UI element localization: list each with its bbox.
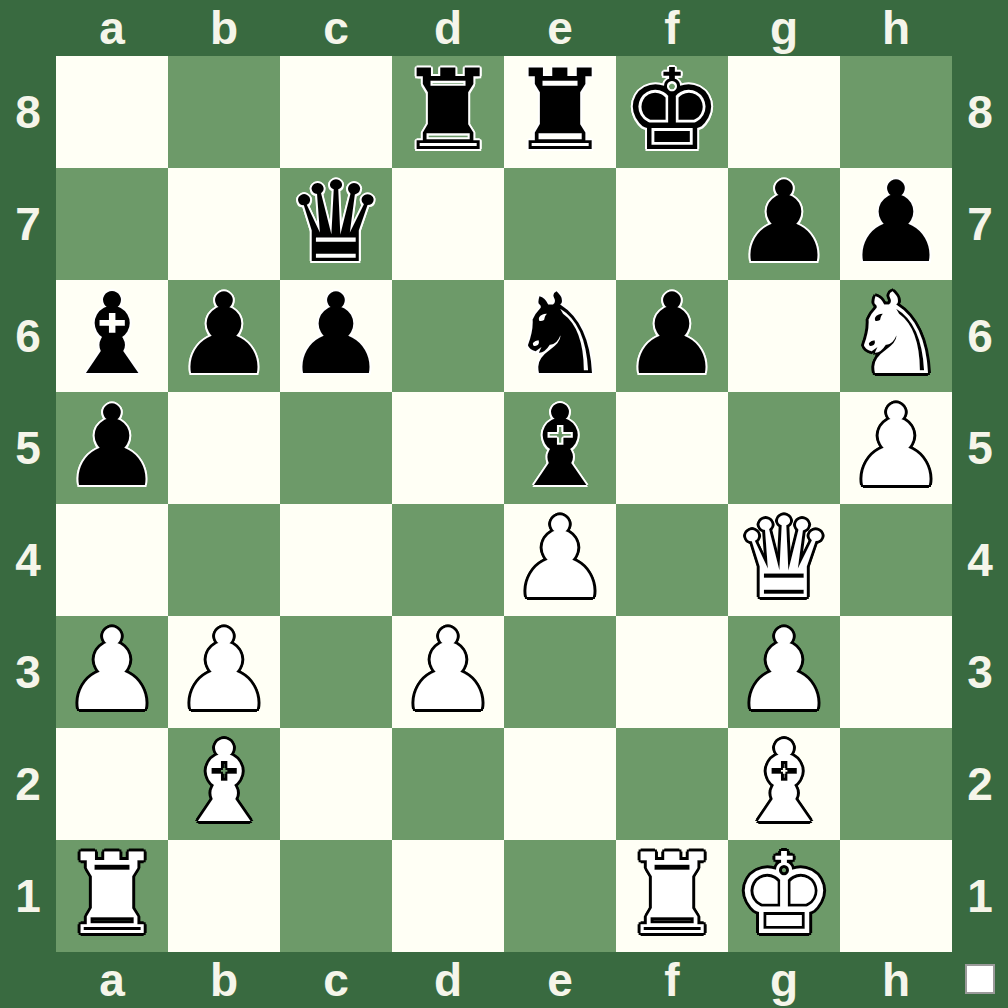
file-label-a-top: a [56, 0, 168, 56]
square-e5[interactable]: ♝ [504, 392, 616, 504]
square-a3[interactable]: ♟ [56, 616, 168, 728]
square-c8[interactable] [280, 56, 392, 168]
square-g3[interactable]: ♟ [728, 616, 840, 728]
black-queen-c7[interactable]: ♛ [286, 166, 386, 278]
square-b4[interactable] [168, 504, 280, 616]
square-h7[interactable]: ♟ [840, 168, 952, 280]
file-label-g-bottom: g [728, 952, 840, 1008]
rank-label-6-left: 6 [0, 280, 56, 392]
square-h5[interactable]: ♟ [840, 392, 952, 504]
white-king-g1[interactable]: ♚ [734, 838, 834, 950]
black-pawn-c6[interactable]: ♟ [286, 278, 386, 390]
white-bishop-b2[interactable]: ♝ [174, 726, 274, 838]
rank-label-8-right: 8 [952, 56, 1008, 168]
square-a8[interactable] [56, 56, 168, 168]
square-a2[interactable] [56, 728, 168, 840]
file-label-e-bottom: e [504, 952, 616, 1008]
square-e3[interactable] [504, 616, 616, 728]
rank-label-2-left: 2 [0, 728, 56, 840]
black-king-f8[interactable]: ♚ [622, 54, 722, 166]
square-f2[interactable] [616, 728, 728, 840]
black-pawn-a5[interactable]: ♟ [62, 390, 162, 502]
square-b3[interactable]: ♟ [168, 616, 280, 728]
square-a1[interactable]: ♜ [56, 840, 168, 952]
square-a5[interactable]: ♟ [56, 392, 168, 504]
white-pawn-g3[interactable]: ♟ [734, 614, 834, 726]
square-b6[interactable]: ♟ [168, 280, 280, 392]
white-pawn-a3[interactable]: ♟ [62, 614, 162, 726]
square-g8[interactable] [728, 56, 840, 168]
square-e2[interactable] [504, 728, 616, 840]
black-rook-e8[interactable]: ♜ [510, 54, 610, 166]
file-label-d-bottom: d [392, 952, 504, 1008]
file-label-b-top: b [168, 0, 280, 56]
square-h6[interactable]: ♞ [840, 280, 952, 392]
square-e7[interactable] [504, 168, 616, 280]
square-c2[interactable] [280, 728, 392, 840]
square-a7[interactable] [56, 168, 168, 280]
black-bishop-a6[interactable]: ♝ [62, 278, 162, 390]
square-e6[interactable]: ♞ [504, 280, 616, 392]
square-g4[interactable]: ♛ [728, 504, 840, 616]
white-queen-g4[interactable]: ♛ [734, 502, 834, 614]
square-c7[interactable]: ♛ [280, 168, 392, 280]
file-labels-top: abcdefgh [56, 0, 952, 56]
square-b7[interactable] [168, 168, 280, 280]
white-pawn-d3[interactable]: ♟ [398, 614, 498, 726]
square-b1[interactable] [168, 840, 280, 952]
file-label-h-top: h [840, 0, 952, 56]
rank-label-3-left: 3 [0, 616, 56, 728]
black-pawn-f6[interactable]: ♟ [622, 278, 722, 390]
rank-label-7-right: 7 [952, 168, 1008, 280]
square-g5[interactable] [728, 392, 840, 504]
square-f8[interactable]: ♚ [616, 56, 728, 168]
square-h8[interactable] [840, 56, 952, 168]
square-b2[interactable]: ♝ [168, 728, 280, 840]
square-f5[interactable] [616, 392, 728, 504]
square-e4[interactable]: ♟ [504, 504, 616, 616]
black-knight-e6[interactable]: ♞ [510, 278, 610, 390]
square-a4[interactable] [56, 504, 168, 616]
square-h4[interactable] [840, 504, 952, 616]
square-c3[interactable] [280, 616, 392, 728]
square-h2[interactable] [840, 728, 952, 840]
square-c6[interactable]: ♟ [280, 280, 392, 392]
square-c1[interactable] [280, 840, 392, 952]
square-d8[interactable]: ♜ [392, 56, 504, 168]
square-c5[interactable] [280, 392, 392, 504]
black-bishop-e5[interactable]: ♝ [510, 390, 610, 502]
square-f7[interactable] [616, 168, 728, 280]
square-f6[interactable]: ♟ [616, 280, 728, 392]
square-e1[interactable] [504, 840, 616, 952]
square-c4[interactable] [280, 504, 392, 616]
rank-label-1-right: 1 [952, 840, 1008, 952]
square-b8[interactable] [168, 56, 280, 168]
rank-label-7-left: 7 [0, 168, 56, 280]
black-pawn-h7[interactable]: ♟ [846, 166, 946, 278]
rank-label-5-right: 5 [952, 392, 1008, 504]
square-g2[interactable]: ♝ [728, 728, 840, 840]
file-label-h-bottom: h [840, 952, 952, 1008]
white-bishop-g2[interactable]: ♝ [734, 726, 834, 838]
square-g1[interactable]: ♚ [728, 840, 840, 952]
file-label-c-top: c [280, 0, 392, 56]
square-b5[interactable] [168, 392, 280, 504]
white-rook-a1[interactable]: ♜ [62, 838, 162, 950]
chess-diagram: abcdefgh 87654321 87654321 abcdefgh ♜♜♚♛… [0, 0, 1008, 1008]
square-d7[interactable] [392, 168, 504, 280]
white-rook-f1[interactable]: ♜ [622, 838, 722, 950]
black-pawn-g7[interactable]: ♟ [734, 166, 834, 278]
rank-label-2-right: 2 [952, 728, 1008, 840]
square-d5[interactable] [392, 392, 504, 504]
white-pawn-b3[interactable]: ♟ [174, 614, 274, 726]
black-rook-d8[interactable]: ♜ [398, 54, 498, 166]
rank-labels-right: 87654321 [952, 56, 1008, 952]
square-f3[interactable] [616, 616, 728, 728]
file-label-g-top: g [728, 0, 840, 56]
file-label-b-bottom: b [168, 952, 280, 1008]
square-g7[interactable]: ♟ [728, 168, 840, 280]
square-d3[interactable]: ♟ [392, 616, 504, 728]
chess-board: ♜♜♚♛♟♟♝♟♟♞♟♞♟♝♟♟♛♟♟♟♟♝♝♜♜♚ [56, 56, 952, 952]
rank-label-6-right: 6 [952, 280, 1008, 392]
rank-label-5-left: 5 [0, 392, 56, 504]
file-labels-bottom: abcdefgh [56, 952, 952, 1008]
rank-label-8-left: 8 [0, 56, 56, 168]
white-pawn-h5[interactable]: ♟ [846, 390, 946, 502]
square-h3[interactable] [840, 616, 952, 728]
rank-label-3-right: 3 [952, 616, 1008, 728]
file-label-a-bottom: a [56, 952, 168, 1008]
square-h1[interactable] [840, 840, 952, 952]
square-e8[interactable]: ♜ [504, 56, 616, 168]
white-knight-h6[interactable]: ♞ [846, 278, 946, 390]
square-f1[interactable]: ♜ [616, 840, 728, 952]
rank-labels-left: 87654321 [0, 56, 56, 952]
square-d1[interactable] [392, 840, 504, 952]
file-label-c-bottom: c [280, 952, 392, 1008]
white-pawn-e4[interactable]: ♟ [510, 502, 610, 614]
white-to-move-indicator [965, 964, 995, 994]
square-f4[interactable] [616, 504, 728, 616]
rank-label-4-left: 4 [0, 504, 56, 616]
file-label-f-bottom: f [616, 952, 728, 1008]
rank-label-4-right: 4 [952, 504, 1008, 616]
rank-label-1-left: 1 [0, 840, 56, 952]
square-d2[interactable] [392, 728, 504, 840]
square-g6[interactable] [728, 280, 840, 392]
black-pawn-b6[interactable]: ♟ [174, 278, 274, 390]
square-d4[interactable] [392, 504, 504, 616]
square-a6[interactable]: ♝ [56, 280, 168, 392]
square-d6[interactable] [392, 280, 504, 392]
